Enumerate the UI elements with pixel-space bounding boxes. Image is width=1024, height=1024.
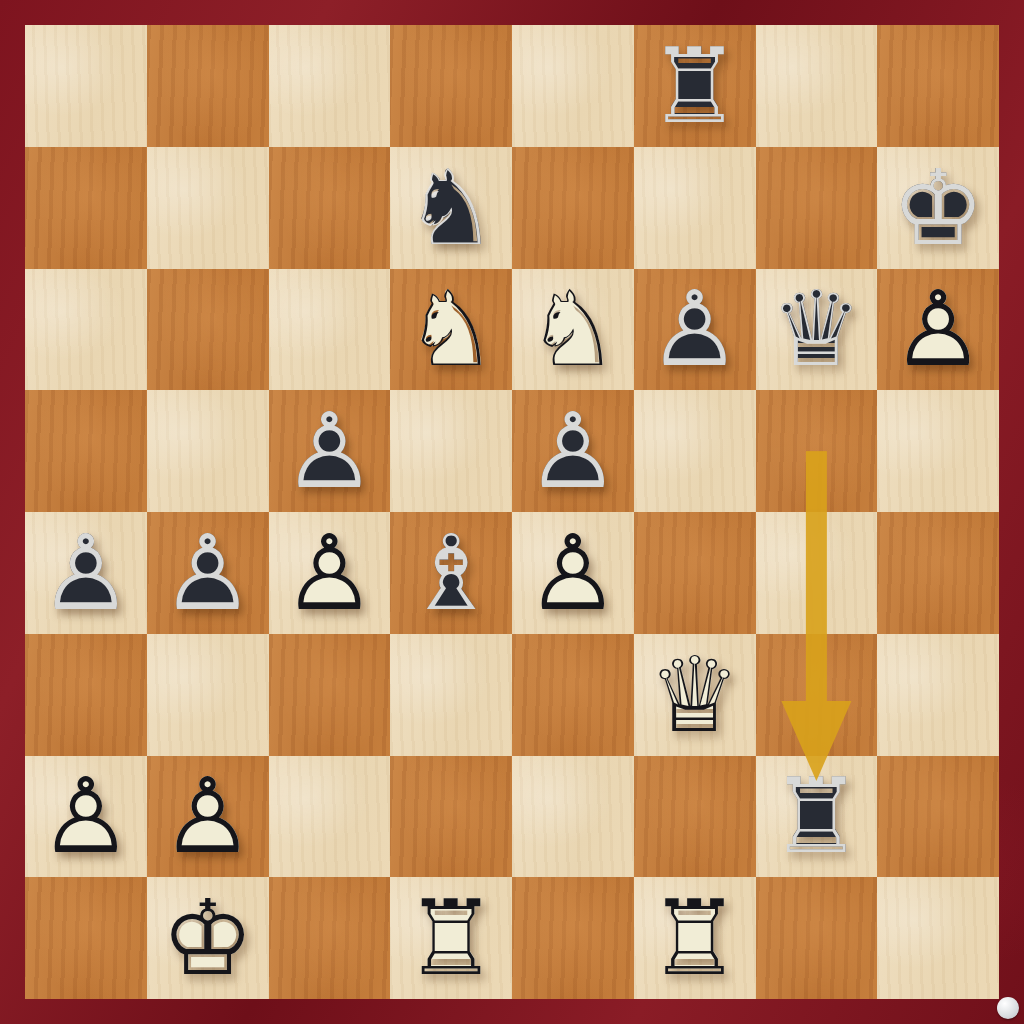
square-c7[interactable] <box>269 147 391 269</box>
square-h2[interactable] <box>877 756 999 878</box>
square-c5[interactable]: ♟♙ <box>269 390 391 512</box>
square-d1[interactable]: ♜♖ <box>390 877 512 999</box>
square-g1[interactable] <box>756 877 878 999</box>
black-pawn[interactable]: ♟♙ <box>147 512 269 634</box>
black-pawn[interactable]: ♟♙ <box>634 269 756 391</box>
white-king[interactable]: ♚♔ <box>147 877 269 999</box>
square-b2[interactable]: ♟♙ <box>147 756 269 878</box>
square-b5[interactable] <box>147 390 269 512</box>
square-e4[interactable]: ♟♙ <box>512 512 634 634</box>
board-frame: ♜♖♞♘♚♔♞♘♞♘♟♙♛♕♟♙♟♙♟♙♟♙♟♙♟♙♝♗♟♙♛♕♟♙♟♙♜♖♚♔… <box>0 0 1024 1024</box>
square-b3[interactable] <box>147 634 269 756</box>
white-queen[interactable]: ♛♕ <box>634 634 756 756</box>
square-c3[interactable] <box>269 634 391 756</box>
square-b6[interactable] <box>147 269 269 391</box>
square-d8[interactable] <box>390 25 512 147</box>
square-e3[interactable] <box>512 634 634 756</box>
white-knight[interactable]: ♞♘ <box>390 269 512 391</box>
square-f5[interactable] <box>634 390 756 512</box>
square-a4[interactable]: ♟♙ <box>25 512 147 634</box>
white-pawn[interactable]: ♟♙ <box>512 512 634 634</box>
square-a1[interactable] <box>25 877 147 999</box>
square-b8[interactable] <box>147 25 269 147</box>
square-b1[interactable]: ♚♔ <box>147 877 269 999</box>
square-g7[interactable] <box>756 147 878 269</box>
black-queen[interactable]: ♛♕ <box>756 269 878 391</box>
black-knight[interactable]: ♞♘ <box>390 147 512 269</box>
square-e8[interactable] <box>512 25 634 147</box>
square-d5[interactable] <box>390 390 512 512</box>
square-a2[interactable]: ♟♙ <box>25 756 147 878</box>
square-f6[interactable]: ♟♙ <box>634 269 756 391</box>
square-b7[interactable] <box>147 147 269 269</box>
square-a8[interactable] <box>25 25 147 147</box>
black-pawn[interactable]: ♟♙ <box>25 512 147 634</box>
square-a7[interactable] <box>25 147 147 269</box>
square-g5[interactable] <box>756 390 878 512</box>
side-to-move-indicator <box>997 997 1019 1019</box>
square-c8[interactable] <box>269 25 391 147</box>
square-a5[interactable] <box>25 390 147 512</box>
square-d6[interactable]: ♞♘ <box>390 269 512 391</box>
white-rook[interactable]: ♜♖ <box>634 877 756 999</box>
white-pawn[interactable]: ♟♙ <box>877 269 999 391</box>
square-h3[interactable] <box>877 634 999 756</box>
square-f8[interactable]: ♜♖ <box>634 25 756 147</box>
square-e5[interactable]: ♟♙ <box>512 390 634 512</box>
black-pawn[interactable]: ♟♙ <box>269 390 391 512</box>
square-d4[interactable]: ♝♗ <box>390 512 512 634</box>
square-d3[interactable] <box>390 634 512 756</box>
square-f4[interactable] <box>634 512 756 634</box>
square-f7[interactable] <box>634 147 756 269</box>
square-d2[interactable] <box>390 756 512 878</box>
chess-board: ♜♖♞♘♚♔♞♘♞♘♟♙♛♕♟♙♟♙♟♙♟♙♟♙♟♙♝♗♟♙♛♕♟♙♟♙♜♖♚♔… <box>25 25 999 999</box>
square-g6[interactable]: ♛♕ <box>756 269 878 391</box>
white-pawn[interactable]: ♟♙ <box>269 512 391 634</box>
square-h8[interactable] <box>877 25 999 147</box>
square-a6[interactable] <box>25 269 147 391</box>
square-f1[interactable]: ♜♖ <box>634 877 756 999</box>
white-knight[interactable]: ♞♘ <box>512 269 634 391</box>
square-c2[interactable] <box>269 756 391 878</box>
square-h5[interactable] <box>877 390 999 512</box>
square-g8[interactable] <box>756 25 878 147</box>
square-d7[interactable]: ♞♘ <box>390 147 512 269</box>
square-e7[interactable] <box>512 147 634 269</box>
square-c6[interactable] <box>269 269 391 391</box>
square-e6[interactable]: ♞♘ <box>512 269 634 391</box>
square-e2[interactable] <box>512 756 634 878</box>
square-h4[interactable] <box>877 512 999 634</box>
square-a3[interactable] <box>25 634 147 756</box>
black-rook[interactable]: ♜♖ <box>756 756 878 878</box>
square-g3[interactable] <box>756 634 878 756</box>
square-f3[interactable]: ♛♕ <box>634 634 756 756</box>
square-g4[interactable] <box>756 512 878 634</box>
black-bishop[interactable]: ♝♗ <box>390 512 512 634</box>
square-b4[interactable]: ♟♙ <box>147 512 269 634</box>
white-pawn[interactable]: ♟♙ <box>25 756 147 878</box>
white-rook[interactable]: ♜♖ <box>390 877 512 999</box>
square-g2[interactable]: ♜♖ <box>756 756 878 878</box>
square-c1[interactable] <box>269 877 391 999</box>
square-c4[interactable]: ♟♙ <box>269 512 391 634</box>
black-king[interactable]: ♚♔ <box>877 147 999 269</box>
square-e1[interactable] <box>512 877 634 999</box>
white-pawn[interactable]: ♟♙ <box>147 756 269 878</box>
square-h6[interactable]: ♟♙ <box>877 269 999 391</box>
black-rook[interactable]: ♜♖ <box>634 25 756 147</box>
square-h1[interactable] <box>877 877 999 999</box>
square-f2[interactable] <box>634 756 756 878</box>
square-h7[interactable]: ♚♔ <box>877 147 999 269</box>
black-pawn[interactable]: ♟♙ <box>512 390 634 512</box>
